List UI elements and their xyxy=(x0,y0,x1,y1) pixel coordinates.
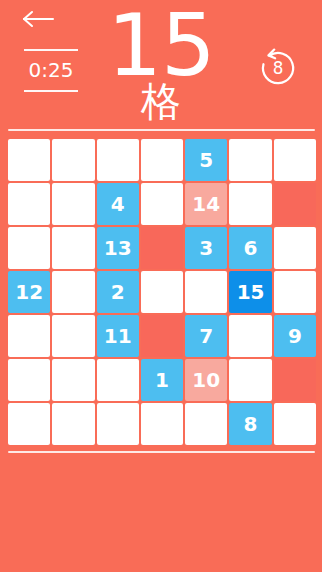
target-label: 格 xyxy=(0,81,322,121)
grid-cell-r4c6[interactable]: 15 xyxy=(229,271,271,313)
grid-cell-r5c1[interactable] xyxy=(8,315,50,357)
cell-number: 3 xyxy=(199,236,213,260)
grid-cell-r7c6[interactable]: 8 xyxy=(229,403,271,445)
grid-cell-r2c3[interactable]: 4 xyxy=(97,183,139,225)
grid-cell-r2c4[interactable] xyxy=(141,183,183,225)
cell-number: 2 xyxy=(111,280,125,304)
grid-cell-r2c6[interactable] xyxy=(229,183,271,225)
grid-cell-r4c2[interactable] xyxy=(52,271,94,313)
grid-cell-r7c7[interactable] xyxy=(274,403,316,445)
grid-cell-r2c7[interactable] xyxy=(274,183,316,225)
grid-cell-r1c5[interactable]: 5 xyxy=(185,139,227,181)
grid-cell-r6c5[interactable]: 10 xyxy=(185,359,227,401)
grid-cell-r6c1[interactable] xyxy=(8,359,50,401)
grid-cell-r7c2[interactable] xyxy=(52,403,94,445)
grid-cell-r3c3[interactable]: 13 xyxy=(97,227,139,269)
grid-cell-r4c5[interactable] xyxy=(185,271,227,313)
header-separator xyxy=(8,129,315,131)
grid-cell-r3c5[interactable]: 3 xyxy=(185,227,227,269)
grid-cell-r7c5[interactable] xyxy=(185,403,227,445)
grid-cell-r3c4[interactable] xyxy=(141,227,183,269)
cell-number: 5 xyxy=(199,148,213,172)
grid-cell-r5c5[interactable]: 7 xyxy=(185,315,227,357)
cell-number: 7 xyxy=(199,324,213,348)
cell-number: 13 xyxy=(104,236,132,260)
cell-number: 6 xyxy=(244,236,258,260)
cell-number: 1 xyxy=(155,368,169,392)
grid-cell-r2c1[interactable] xyxy=(8,183,50,225)
grid-cell-r3c7[interactable] xyxy=(274,227,316,269)
grid-cell-r3c2[interactable] xyxy=(52,227,94,269)
grid-cell-r4c1[interactable]: 12 xyxy=(8,271,50,313)
grid-cell-r1c4[interactable] xyxy=(141,139,183,181)
cell-number: 4 xyxy=(111,192,125,216)
grid-cell-r6c6[interactable] xyxy=(229,359,271,401)
cell-number: 12 xyxy=(15,280,43,304)
grid-cell-r3c1[interactable] xyxy=(8,227,50,269)
grid-cell-r4c3[interactable]: 2 xyxy=(97,271,139,313)
undo-button[interactable]: 8 xyxy=(259,48,297,86)
grid-cell-r1c6[interactable] xyxy=(229,139,271,181)
grid-cell-r5c6[interactable] xyxy=(229,315,271,357)
grid-cell-r5c2[interactable] xyxy=(52,315,94,357)
footer-separator xyxy=(8,451,315,453)
grid-cell-r4c7[interactable] xyxy=(274,271,316,313)
cell-number: 14 xyxy=(192,192,220,216)
grid-cell-r6c4[interactable]: 1 xyxy=(141,359,183,401)
cell-number: 15 xyxy=(237,280,265,304)
grid-cell-r5c3[interactable]: 11 xyxy=(97,315,139,357)
app-screen: 0:25 15 格 8 541413361221511791108 xyxy=(0,0,322,572)
grid-cell-r1c2[interactable] xyxy=(52,139,94,181)
cell-number: 8 xyxy=(244,412,258,436)
grid-cell-r5c7[interactable]: 9 xyxy=(274,315,316,357)
cell-number: 9 xyxy=(288,324,302,348)
grid-cell-r1c1[interactable] xyxy=(8,139,50,181)
puzzle-grid: 541413361221511791108 xyxy=(8,139,316,445)
grid-cell-r3c6[interactable]: 6 xyxy=(229,227,271,269)
grid-cell-r4c4[interactable] xyxy=(141,271,183,313)
grid-cell-r5c4[interactable] xyxy=(141,315,183,357)
grid-cell-r7c4[interactable] xyxy=(141,403,183,445)
grid-cell-r6c7[interactable] xyxy=(274,359,316,401)
grid-cell-r2c2[interactable] xyxy=(52,183,94,225)
grid-cell-r2c5[interactable]: 14 xyxy=(185,183,227,225)
cell-number: 11 xyxy=(104,324,132,348)
grid-cell-r1c3[interactable] xyxy=(97,139,139,181)
grid-cell-r6c2[interactable] xyxy=(52,359,94,401)
undo-count: 8 xyxy=(273,58,284,78)
grid-cell-r7c3[interactable] xyxy=(97,403,139,445)
cell-number: 10 xyxy=(192,368,220,392)
grid-cell-r1c7[interactable] xyxy=(274,139,316,181)
grid-cell-r6c3[interactable] xyxy=(97,359,139,401)
grid-cell-r7c1[interactable] xyxy=(8,403,50,445)
